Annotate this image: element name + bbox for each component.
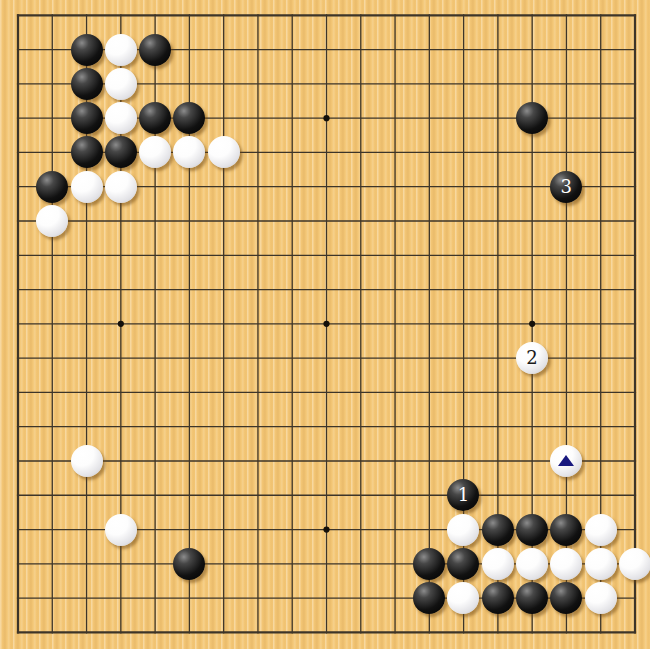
- intersection-H18[interactable]: [241, 32, 275, 66]
- intersection-S7[interactable]: [583, 410, 617, 444]
- intersection-Q3[interactable]: [515, 547, 549, 581]
- intersection-F1[interactable]: [172, 615, 206, 649]
- white-stone[interactable]: [585, 582, 617, 614]
- intersection-M18[interactable]: [378, 32, 412, 66]
- intersection-T2[interactable]: [618, 581, 650, 615]
- intersection-O19[interactable]: [446, 0, 480, 32]
- intersection-O1[interactable]: [446, 615, 480, 649]
- intersection-N1[interactable]: [412, 615, 446, 649]
- intersection-T11[interactable]: [618, 272, 650, 306]
- intersection-R12[interactable]: [549, 238, 583, 272]
- intersection-L16[interactable]: [344, 101, 378, 135]
- intersection-F19[interactable]: [172, 0, 206, 32]
- white-stone[interactable]: [585, 548, 617, 580]
- white-stone[interactable]: 2: [516, 342, 548, 374]
- intersection-T10[interactable]: [618, 307, 650, 341]
- intersection-R4[interactable]: [549, 512, 583, 546]
- intersection-M6[interactable]: [378, 444, 412, 478]
- intersection-T8[interactable]: [618, 375, 650, 409]
- intersection-H11[interactable]: [241, 272, 275, 306]
- intersection-C12[interactable]: [69, 238, 103, 272]
- intersection-Q17[interactable]: [515, 67, 549, 101]
- intersection-R6[interactable]: [549, 444, 583, 478]
- intersection-L18[interactable]: [344, 32, 378, 66]
- intersection-F13[interactable]: [172, 204, 206, 238]
- intersection-S8[interactable]: [583, 375, 617, 409]
- intersection-O13[interactable]: [446, 204, 480, 238]
- intersection-M12[interactable]: [378, 238, 412, 272]
- intersection-L3[interactable]: [344, 547, 378, 581]
- intersection-G2[interactable]: [206, 581, 240, 615]
- intersection-B9[interactable]: [35, 341, 69, 375]
- intersection-D9[interactable]: [104, 341, 138, 375]
- intersection-G7[interactable]: [206, 410, 240, 444]
- intersection-B12[interactable]: [35, 238, 69, 272]
- intersection-N2[interactable]: [412, 581, 446, 615]
- intersection-K16[interactable]: [309, 101, 343, 135]
- intersection-B1[interactable]: [35, 615, 69, 649]
- intersection-C10[interactable]: [69, 307, 103, 341]
- intersection-K6[interactable]: [309, 444, 343, 478]
- intersection-G19[interactable]: [206, 0, 240, 32]
- intersection-M2[interactable]: [378, 581, 412, 615]
- intersection-H10[interactable]: [241, 307, 275, 341]
- intersection-R5[interactable]: [549, 478, 583, 512]
- intersection-J10[interactable]: [275, 307, 309, 341]
- intersection-M4[interactable]: [378, 512, 412, 546]
- intersection-B10[interactable]: [35, 307, 69, 341]
- intersection-D12[interactable]: [104, 238, 138, 272]
- intersection-H8[interactable]: [241, 375, 275, 409]
- intersection-H7[interactable]: [241, 410, 275, 444]
- intersection-Q4[interactable]: [515, 512, 549, 546]
- intersection-F7[interactable]: [172, 410, 206, 444]
- intersection-C19[interactable]: [69, 0, 103, 32]
- intersection-Q6[interactable]: [515, 444, 549, 478]
- white-stone[interactable]: [105, 514, 137, 546]
- intersection-B17[interactable]: [35, 67, 69, 101]
- black-stone[interactable]: [447, 548, 479, 580]
- intersection-E17[interactable]: [138, 67, 172, 101]
- intersection-A6[interactable]: [1, 444, 35, 478]
- intersection-Q19[interactable]: [515, 0, 549, 32]
- intersection-L19[interactable]: [344, 0, 378, 32]
- white-stone[interactable]: [36, 205, 68, 237]
- intersection-A2[interactable]: [1, 581, 35, 615]
- intersection-E13[interactable]: [138, 204, 172, 238]
- intersection-R14[interactable]: 3: [549, 170, 583, 204]
- white-stone[interactable]: [447, 514, 479, 546]
- intersection-J11[interactable]: [275, 272, 309, 306]
- intersection-D4[interactable]: [104, 512, 138, 546]
- intersection-S17[interactable]: [583, 67, 617, 101]
- intersection-Q9[interactable]: 2: [515, 341, 549, 375]
- black-stone[interactable]: [482, 514, 514, 546]
- intersection-B7[interactable]: [35, 410, 69, 444]
- intersection-H15[interactable]: [241, 135, 275, 169]
- intersection-M9[interactable]: [378, 341, 412, 375]
- intersection-F5[interactable]: [172, 478, 206, 512]
- white-stone[interactable]: [105, 102, 137, 134]
- intersection-O12[interactable]: [446, 238, 480, 272]
- intersection-N10[interactable]: [412, 307, 446, 341]
- intersection-Q14[interactable]: [515, 170, 549, 204]
- black-stone[interactable]: [139, 34, 171, 66]
- intersection-S9[interactable]: [583, 341, 617, 375]
- intersection-J18[interactable]: [275, 32, 309, 66]
- intersection-N11[interactable]: [412, 272, 446, 306]
- intersection-G11[interactable]: [206, 272, 240, 306]
- intersection-M11[interactable]: [378, 272, 412, 306]
- intersection-F3[interactable]: [172, 547, 206, 581]
- intersection-G5[interactable]: [206, 478, 240, 512]
- intersection-O11[interactable]: [446, 272, 480, 306]
- intersection-N7[interactable]: [412, 410, 446, 444]
- intersection-A4[interactable]: [1, 512, 35, 546]
- intersection-J9[interactable]: [275, 341, 309, 375]
- intersection-D7[interactable]: [104, 410, 138, 444]
- intersection-M19[interactable]: [378, 0, 412, 32]
- intersection-B8[interactable]: [35, 375, 69, 409]
- intersection-G9[interactable]: [206, 341, 240, 375]
- black-stone[interactable]: [550, 582, 582, 614]
- white-stone[interactable]: [482, 548, 514, 580]
- intersection-F15[interactable]: [172, 135, 206, 169]
- intersection-B18[interactable]: [35, 32, 69, 66]
- intersection-G3[interactable]: [206, 547, 240, 581]
- intersection-H1[interactable]: [241, 615, 275, 649]
- intersection-L11[interactable]: [344, 272, 378, 306]
- intersection-A16[interactable]: [1, 101, 35, 135]
- intersection-B5[interactable]: [35, 478, 69, 512]
- intersection-S6[interactable]: [583, 444, 617, 478]
- intersection-H12[interactable]: [241, 238, 275, 272]
- intersection-C16[interactable]: [69, 101, 103, 135]
- intersection-J4[interactable]: [275, 512, 309, 546]
- intersection-J1[interactable]: [275, 615, 309, 649]
- intersection-Q16[interactable]: [515, 101, 549, 135]
- intersection-B19[interactable]: [35, 0, 69, 32]
- intersection-P5[interactable]: [481, 478, 515, 512]
- intersection-E9[interactable]: [138, 341, 172, 375]
- intersection-K8[interactable]: [309, 375, 343, 409]
- intersection-D5[interactable]: [104, 478, 138, 512]
- intersection-R10[interactable]: [549, 307, 583, 341]
- intersection-C8[interactable]: [69, 375, 103, 409]
- intersection-D1[interactable]: [104, 615, 138, 649]
- intersection-P9[interactable]: [481, 341, 515, 375]
- intersection-E10[interactable]: [138, 307, 172, 341]
- intersection-K11[interactable]: [309, 272, 343, 306]
- intersection-J17[interactable]: [275, 67, 309, 101]
- intersection-P11[interactable]: [481, 272, 515, 306]
- intersection-M7[interactable]: [378, 410, 412, 444]
- intersection-H19[interactable]: [241, 0, 275, 32]
- intersection-B13[interactable]: [35, 204, 69, 238]
- white-stone[interactable]: [447, 582, 479, 614]
- intersection-F10[interactable]: [172, 307, 206, 341]
- intersection-S4[interactable]: [583, 512, 617, 546]
- intersection-G17[interactable]: [206, 67, 240, 101]
- intersection-K3[interactable]: [309, 547, 343, 581]
- intersection-P2[interactable]: [481, 581, 515, 615]
- intersection-T5[interactable]: [618, 478, 650, 512]
- intersection-G4[interactable]: [206, 512, 240, 546]
- intersection-R8[interactable]: [549, 375, 583, 409]
- intersection-C5[interactable]: [69, 478, 103, 512]
- intersection-O15[interactable]: [446, 135, 480, 169]
- white-stone[interactable]: [516, 548, 548, 580]
- intersection-A15[interactable]: [1, 135, 35, 169]
- intersection-F11[interactable]: [172, 272, 206, 306]
- intersection-P13[interactable]: [481, 204, 515, 238]
- black-stone[interactable]: [105, 136, 137, 168]
- intersection-L10[interactable]: [344, 307, 378, 341]
- intersection-L6[interactable]: [344, 444, 378, 478]
- intersection-A12[interactable]: [1, 238, 35, 272]
- go-board[interactable]: 321: [0, 0, 650, 649]
- intersection-C7[interactable]: [69, 410, 103, 444]
- intersection-G15[interactable]: [206, 135, 240, 169]
- intersection-J19[interactable]: [275, 0, 309, 32]
- intersection-A10[interactable]: [1, 307, 35, 341]
- black-stone[interactable]: [71, 102, 103, 134]
- intersection-R19[interactable]: [549, 0, 583, 32]
- intersection-O9[interactable]: [446, 341, 480, 375]
- intersection-S13[interactable]: [583, 204, 617, 238]
- intersection-A7[interactable]: [1, 410, 35, 444]
- intersection-M8[interactable]: [378, 375, 412, 409]
- intersection-P6[interactable]: [481, 444, 515, 478]
- intersection-F17[interactable]: [172, 67, 206, 101]
- white-stone[interactable]: [173, 136, 205, 168]
- black-stone[interactable]: [516, 102, 548, 134]
- black-stone[interactable]: [173, 548, 205, 580]
- white-stone[interactable]: [71, 171, 103, 203]
- intersection-L1[interactable]: [344, 615, 378, 649]
- intersection-L17[interactable]: [344, 67, 378, 101]
- intersection-B11[interactable]: [35, 272, 69, 306]
- intersection-J2[interactable]: [275, 581, 309, 615]
- intersection-J5[interactable]: [275, 478, 309, 512]
- intersection-S10[interactable]: [583, 307, 617, 341]
- intersection-C13[interactable]: [69, 204, 103, 238]
- black-stone[interactable]: [139, 102, 171, 134]
- intersection-M10[interactable]: [378, 307, 412, 341]
- intersection-T18[interactable]: [618, 32, 650, 66]
- intersection-N16[interactable]: [412, 101, 446, 135]
- intersection-P18[interactable]: [481, 32, 515, 66]
- intersection-B6[interactable]: [35, 444, 69, 478]
- intersection-R9[interactable]: [549, 341, 583, 375]
- intersection-A17[interactable]: [1, 67, 35, 101]
- intersection-R18[interactable]: [549, 32, 583, 66]
- intersection-L4[interactable]: [344, 512, 378, 546]
- intersection-T13[interactable]: [618, 204, 650, 238]
- intersection-T3[interactable]: [618, 547, 650, 581]
- intersection-T9[interactable]: [618, 341, 650, 375]
- intersection-L15[interactable]: [344, 135, 378, 169]
- intersection-S3[interactable]: [583, 547, 617, 581]
- intersection-O17[interactable]: [446, 67, 480, 101]
- intersection-O18[interactable]: [446, 32, 480, 66]
- intersection-S11[interactable]: [583, 272, 617, 306]
- intersection-H2[interactable]: [241, 581, 275, 615]
- intersection-L2[interactable]: [344, 581, 378, 615]
- intersection-H17[interactable]: [241, 67, 275, 101]
- intersection-M3[interactable]: [378, 547, 412, 581]
- intersection-N15[interactable]: [412, 135, 446, 169]
- intersection-F14[interactable]: [172, 170, 206, 204]
- intersection-D11[interactable]: [104, 272, 138, 306]
- intersection-Q10[interactable]: [515, 307, 549, 341]
- intersection-Q18[interactable]: [515, 32, 549, 66]
- intersection-Q7[interactable]: [515, 410, 549, 444]
- intersection-R16[interactable]: [549, 101, 583, 135]
- intersection-B16[interactable]: [35, 101, 69, 135]
- intersection-E4[interactable]: [138, 512, 172, 546]
- intersection-M1[interactable]: [378, 615, 412, 649]
- intersection-M17[interactable]: [378, 67, 412, 101]
- intersection-L13[interactable]: [344, 204, 378, 238]
- intersection-F12[interactable]: [172, 238, 206, 272]
- intersection-S18[interactable]: [583, 32, 617, 66]
- intersection-P3[interactable]: [481, 547, 515, 581]
- intersection-E6[interactable]: [138, 444, 172, 478]
- intersection-M14[interactable]: [378, 170, 412, 204]
- intersection-K14[interactable]: [309, 170, 343, 204]
- intersection-Q1[interactable]: [515, 615, 549, 649]
- intersection-L9[interactable]: [344, 341, 378, 375]
- intersection-L12[interactable]: [344, 238, 378, 272]
- intersection-R13[interactable]: [549, 204, 583, 238]
- intersection-E2[interactable]: [138, 581, 172, 615]
- intersection-P15[interactable]: [481, 135, 515, 169]
- intersection-Q15[interactable]: [515, 135, 549, 169]
- intersection-D2[interactable]: [104, 581, 138, 615]
- intersection-N12[interactable]: [412, 238, 446, 272]
- intersection-A13[interactable]: [1, 204, 35, 238]
- intersection-E11[interactable]: [138, 272, 172, 306]
- intersection-P8[interactable]: [481, 375, 515, 409]
- intersection-L5[interactable]: [344, 478, 378, 512]
- intersection-P17[interactable]: [481, 67, 515, 101]
- intersection-K2[interactable]: [309, 581, 343, 615]
- intersection-C4[interactable]: [69, 512, 103, 546]
- intersection-J16[interactable]: [275, 101, 309, 135]
- black-stone[interactable]: [550, 514, 582, 546]
- intersection-F18[interactable]: [172, 32, 206, 66]
- intersection-R15[interactable]: [549, 135, 583, 169]
- intersection-P7[interactable]: [481, 410, 515, 444]
- intersection-G8[interactable]: [206, 375, 240, 409]
- intersection-J15[interactable]: [275, 135, 309, 169]
- black-stone[interactable]: [71, 34, 103, 66]
- intersection-O16[interactable]: [446, 101, 480, 135]
- intersection-S16[interactable]: [583, 101, 617, 135]
- intersection-C2[interactable]: [69, 581, 103, 615]
- intersection-D13[interactable]: [104, 204, 138, 238]
- intersection-Q11[interactable]: [515, 272, 549, 306]
- intersection-P19[interactable]: [481, 0, 515, 32]
- intersection-S5[interactable]: [583, 478, 617, 512]
- intersection-E7[interactable]: [138, 410, 172, 444]
- intersection-N5[interactable]: [412, 478, 446, 512]
- intersection-L8[interactable]: [344, 375, 378, 409]
- intersection-K1[interactable]: [309, 615, 343, 649]
- intersection-D15[interactable]: [104, 135, 138, 169]
- intersection-T1[interactable]: [618, 615, 650, 649]
- white-stone[interactable]: [208, 136, 240, 168]
- intersection-H13[interactable]: [241, 204, 275, 238]
- intersection-S19[interactable]: [583, 0, 617, 32]
- intersection-G1[interactable]: [206, 615, 240, 649]
- intersection-D19[interactable]: [104, 0, 138, 32]
- intersection-B15[interactable]: [35, 135, 69, 169]
- intersection-Q8[interactable]: [515, 375, 549, 409]
- intersection-D10[interactable]: [104, 307, 138, 341]
- intersection-D3[interactable]: [104, 547, 138, 581]
- intersection-N9[interactable]: [412, 341, 446, 375]
- intersection-O8[interactable]: [446, 375, 480, 409]
- intersection-O7[interactable]: [446, 410, 480, 444]
- intersection-P4[interactable]: [481, 512, 515, 546]
- intersection-H16[interactable]: [241, 101, 275, 135]
- intersection-A18[interactable]: [1, 32, 35, 66]
- intersection-N19[interactable]: [412, 0, 446, 32]
- intersection-G16[interactable]: [206, 101, 240, 135]
- intersection-O2[interactable]: [446, 581, 480, 615]
- intersection-T12[interactable]: [618, 238, 650, 272]
- intersection-K18[interactable]: [309, 32, 343, 66]
- intersection-K19[interactable]: [309, 0, 343, 32]
- intersection-M15[interactable]: [378, 135, 412, 169]
- intersection-D16[interactable]: [104, 101, 138, 135]
- white-stone[interactable]: [550, 548, 582, 580]
- intersection-E19[interactable]: [138, 0, 172, 32]
- intersection-C1[interactable]: [69, 615, 103, 649]
- intersection-K7[interactable]: [309, 410, 343, 444]
- intersection-T7[interactable]: [618, 410, 650, 444]
- intersection-A1[interactable]: [1, 615, 35, 649]
- intersection-G10[interactable]: [206, 307, 240, 341]
- intersection-Q13[interactable]: [515, 204, 549, 238]
- white-stone[interactable]: [619, 548, 650, 580]
- intersection-B4[interactable]: [35, 512, 69, 546]
- intersection-M16[interactable]: [378, 101, 412, 135]
- intersection-C9[interactable]: [69, 341, 103, 375]
- intersection-Q2[interactable]: [515, 581, 549, 615]
- intersection-A5[interactable]: [1, 478, 35, 512]
- black-stone[interactable]: [413, 548, 445, 580]
- intersection-L14[interactable]: [344, 170, 378, 204]
- intersection-M13[interactable]: [378, 204, 412, 238]
- intersection-F6[interactable]: [172, 444, 206, 478]
- intersection-C3[interactable]: [69, 547, 103, 581]
- black-stone[interactable]: [482, 582, 514, 614]
- black-stone[interactable]: 1: [447, 479, 479, 511]
- intersection-R17[interactable]: [549, 67, 583, 101]
- intersection-F8[interactable]: [172, 375, 206, 409]
- intersection-N4[interactable]: [412, 512, 446, 546]
- intersection-B3[interactable]: [35, 547, 69, 581]
- intersection-E18[interactable]: [138, 32, 172, 66]
- intersection-O3[interactable]: [446, 547, 480, 581]
- intersection-A11[interactable]: [1, 272, 35, 306]
- intersection-G6[interactable]: [206, 444, 240, 478]
- intersection-D17[interactable]: [104, 67, 138, 101]
- intersection-E16[interactable]: [138, 101, 172, 135]
